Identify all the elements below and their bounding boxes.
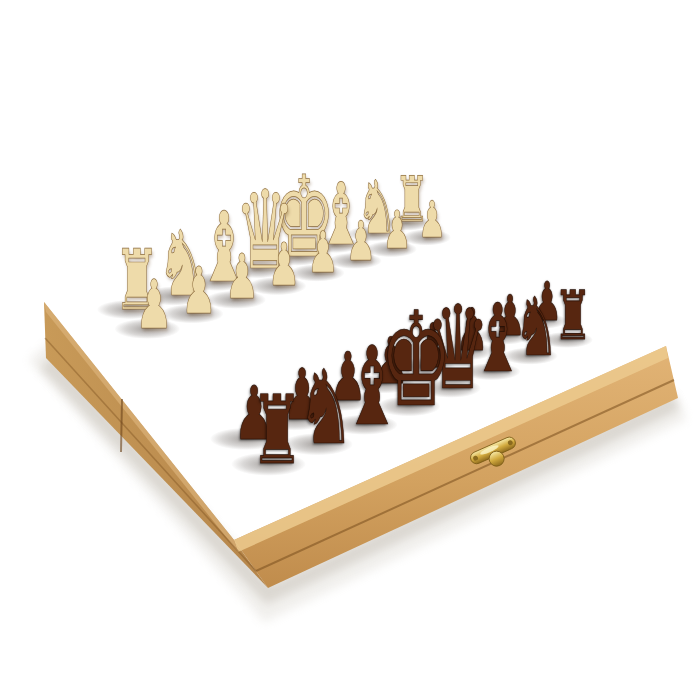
lid-seam-left [45, 338, 256, 571]
edge-highlight-left [44, 302, 238, 552]
box-side-faces [0, 0, 700, 700]
fold-seam-left-face [121, 399, 122, 452]
photo-stage: ABCDEFGH HGFEDCBA 87654321 12345678 ♜♞♟♝… [0, 0, 700, 700]
lid-seam-front [256, 380, 674, 571]
